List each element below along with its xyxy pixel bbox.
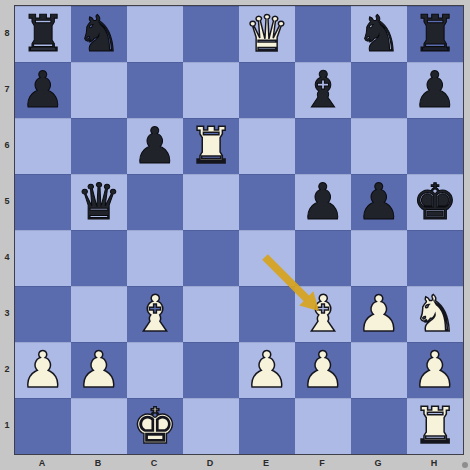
square-c5[interactable] <box>127 174 183 230</box>
piece-white-rook[interactable]: ♜ <box>413 398 458 454</box>
square-d1[interactable] <box>183 398 239 454</box>
file-label-a: A <box>14 455 70 470</box>
square-h4[interactable] <box>407 230 463 286</box>
piece-black-pawn[interactable]: ♟ <box>21 62 66 118</box>
square-c3[interactable]: ♝ <box>127 286 183 342</box>
square-c8[interactable] <box>127 6 183 62</box>
square-h8[interactable]: ♜ <box>407 6 463 62</box>
rank-label-1: 1 <box>0 397 14 453</box>
square-g3[interactable]: ♟ <box>351 286 407 342</box>
piece-black-knight[interactable]: ♞ <box>77 6 122 62</box>
square-g7[interactable] <box>351 62 407 118</box>
square-b3[interactable] <box>71 286 127 342</box>
piece-black-king[interactable]: ♚ <box>413 174 458 230</box>
square-c1[interactable]: ♚ <box>127 398 183 454</box>
file-label-g: G <box>350 455 406 470</box>
rank-label-6: 6 <box>0 117 14 173</box>
piece-black-pawn[interactable]: ♟ <box>413 62 458 118</box>
file-label-d: D <box>182 455 238 470</box>
square-e2[interactable]: ♟ <box>239 342 295 398</box>
square-h3[interactable]: ♞ <box>407 286 463 342</box>
square-a7[interactable]: ♟ <box>15 62 71 118</box>
rank-label-3: 3 <box>0 285 14 341</box>
square-g5[interactable]: ♟ <box>351 174 407 230</box>
square-h1[interactable]: ♜ <box>407 398 463 454</box>
square-e1[interactable] <box>239 398 295 454</box>
square-g6[interactable] <box>351 118 407 174</box>
square-f2[interactable]: ♟ <box>295 342 351 398</box>
square-b7[interactable] <box>71 62 127 118</box>
chess-app-frame: ♜♞♛♞♜♟♝♟♟♜♛♟♟♚♝♝♟♞♟♟♟♟♟♚♜ 87654321 ABCDE… <box>0 0 470 470</box>
square-g2[interactable] <box>351 342 407 398</box>
square-f5[interactable]: ♟ <box>295 174 351 230</box>
file-label-c: C <box>126 455 182 470</box>
square-b4[interactable] <box>71 230 127 286</box>
square-a5[interactable] <box>15 174 71 230</box>
square-e7[interactable] <box>239 62 295 118</box>
rank-label-2: 2 <box>0 341 14 397</box>
square-b8[interactable]: ♞ <box>71 6 127 62</box>
square-d8[interactable] <box>183 6 239 62</box>
piece-white-knight[interactable]: ♞ <box>413 286 458 342</box>
piece-black-rook[interactable]: ♜ <box>21 6 66 62</box>
piece-white-king[interactable]: ♚ <box>133 398 178 454</box>
square-f3[interactable]: ♝ <box>295 286 351 342</box>
piece-white-pawn[interactable]: ♟ <box>77 342 122 398</box>
square-a8[interactable]: ♜ <box>15 6 71 62</box>
square-a1[interactable] <box>15 398 71 454</box>
square-d5[interactable] <box>183 174 239 230</box>
square-d4[interactable] <box>183 230 239 286</box>
square-c2[interactable] <box>127 342 183 398</box>
square-a3[interactable] <box>15 286 71 342</box>
piece-white-pawn[interactable]: ♟ <box>413 342 458 398</box>
square-g8[interactable]: ♞ <box>351 6 407 62</box>
piece-white-rook[interactable]: ♜ <box>189 118 234 174</box>
piece-black-pawn[interactable]: ♟ <box>357 174 402 230</box>
square-b6[interactable] <box>71 118 127 174</box>
piece-black-pawn[interactable]: ♟ <box>301 174 346 230</box>
piece-white-pawn[interactable]: ♟ <box>21 342 66 398</box>
piece-white-bishop[interactable]: ♝ <box>133 286 178 342</box>
square-b1[interactable] <box>71 398 127 454</box>
square-g1[interactable] <box>351 398 407 454</box>
rank-label-5: 5 <box>0 173 14 229</box>
square-a4[interactable] <box>15 230 71 286</box>
square-f7[interactable]: ♝ <box>295 62 351 118</box>
piece-white-queen[interactable]: ♛ <box>245 6 290 62</box>
square-d6[interactable]: ♜ <box>183 118 239 174</box>
square-h6[interactable] <box>407 118 463 174</box>
square-e3[interactable] <box>239 286 295 342</box>
square-c6[interactable]: ♟ <box>127 118 183 174</box>
square-e5[interactable] <box>239 174 295 230</box>
square-g4[interactable] <box>351 230 407 286</box>
square-f6[interactable] <box>295 118 351 174</box>
piece-white-pawn[interactable]: ♟ <box>357 286 402 342</box>
square-d2[interactable] <box>183 342 239 398</box>
piece-black-pawn[interactable]: ♟ <box>133 118 178 174</box>
square-b5[interactable]: ♛ <box>71 174 127 230</box>
piece-black-bishop[interactable]: ♝ <box>301 62 346 118</box>
square-c4[interactable] <box>127 230 183 286</box>
square-d3[interactable] <box>183 286 239 342</box>
square-e6[interactable] <box>239 118 295 174</box>
piece-black-queen[interactable]: ♛ <box>77 174 122 230</box>
square-h2[interactable]: ♟ <box>407 342 463 398</box>
file-label-b: B <box>70 455 126 470</box>
piece-white-pawn[interactable]: ♟ <box>301 342 346 398</box>
file-label-e: E <box>238 455 294 470</box>
piece-white-pawn[interactable]: ♟ <box>245 342 290 398</box>
piece-black-knight[interactable]: ♞ <box>357 6 402 62</box>
corner-dot <box>462 462 468 468</box>
square-f8[interactable] <box>295 6 351 62</box>
rank-label-4: 4 <box>0 229 14 285</box>
square-e4[interactable] <box>239 230 295 286</box>
rank-label-7: 7 <box>0 61 14 117</box>
square-a6[interactable] <box>15 118 71 174</box>
square-f4[interactable] <box>295 230 351 286</box>
square-h5[interactable]: ♚ <box>407 174 463 230</box>
chess-board: ♜♞♛♞♜♟♝♟♟♜♛♟♟♚♝♝♟♞♟♟♟♟♟♚♜ <box>14 5 464 455</box>
square-b2[interactable]: ♟ <box>71 342 127 398</box>
square-c7[interactable] <box>127 62 183 118</box>
rank-label-8: 8 <box>0 5 14 61</box>
square-h7[interactable]: ♟ <box>407 62 463 118</box>
square-d7[interactable] <box>183 62 239 118</box>
file-label-h: H <box>406 455 462 470</box>
square-e8[interactable]: ♛ <box>239 6 295 62</box>
file-label-f: F <box>294 455 350 470</box>
piece-white-bishop[interactable]: ♝ <box>301 286 346 342</box>
square-a2[interactable]: ♟ <box>15 342 71 398</box>
piece-black-rook[interactable]: ♜ <box>413 6 458 62</box>
square-f1[interactable] <box>295 398 351 454</box>
